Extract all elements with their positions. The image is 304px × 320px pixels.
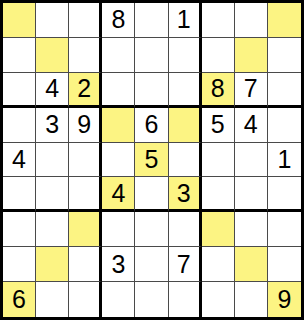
cell-r4c4[interactable] xyxy=(102,108,135,143)
cell-r3c7[interactable]: 8 xyxy=(202,73,235,108)
cell-r1c8[interactable] xyxy=(235,3,268,38)
cell-r6c4[interactable]: 4 xyxy=(102,177,135,212)
cell-r9c4[interactable] xyxy=(102,282,135,317)
cell-r6c3[interactable] xyxy=(69,177,102,212)
cell-r8c9[interactable] xyxy=(268,247,301,282)
cell-r3c9[interactable] xyxy=(268,73,301,108)
cell-r6c8[interactable] xyxy=(235,177,268,212)
cell-r8c8[interactable] xyxy=(235,247,268,282)
cell-r5c7[interactable] xyxy=(202,143,235,178)
cell-r2c7[interactable] xyxy=(202,38,235,73)
cell-r8c4[interactable]: 3 xyxy=(102,247,135,282)
cell-r7c8[interactable] xyxy=(235,212,268,247)
cell-r1c2[interactable] xyxy=(36,3,69,38)
sudoku-board: 81428739654451433769 xyxy=(0,0,304,320)
cell-r8c6[interactable]: 7 xyxy=(169,247,202,282)
cell-r6c1[interactable] xyxy=(3,177,36,212)
cell-r1c7[interactable] xyxy=(202,3,235,38)
cell-r6c5[interactable] xyxy=(135,177,168,212)
cell-r9c1[interactable]: 6 xyxy=(3,282,36,317)
cell-r2c1[interactable] xyxy=(3,38,36,73)
cell-r7c2[interactable] xyxy=(36,212,69,247)
cell-r9c6[interactable] xyxy=(169,282,202,317)
cell-r3c3[interactable]: 2 xyxy=(69,73,102,108)
cell-r2c2[interactable] xyxy=(36,38,69,73)
cell-r3c5[interactable] xyxy=(135,73,168,108)
cell-r5c6[interactable] xyxy=(169,143,202,178)
cell-r5c5[interactable]: 5 xyxy=(135,143,168,178)
cell-r7c5[interactable] xyxy=(135,212,168,247)
cell-r4c1[interactable] xyxy=(3,108,36,143)
cell-r4c3[interactable]: 9 xyxy=(69,108,102,143)
cell-r1c5[interactable] xyxy=(135,3,168,38)
cell-r1c9[interactable] xyxy=(268,3,301,38)
cell-r2c8[interactable] xyxy=(235,38,268,73)
cell-r7c3[interactable] xyxy=(69,212,102,247)
cell-r7c1[interactable] xyxy=(3,212,36,247)
cell-r8c3[interactable] xyxy=(69,247,102,282)
cell-r1c1[interactable] xyxy=(3,3,36,38)
cell-r4c9[interactable] xyxy=(268,108,301,143)
cell-r2c5[interactable] xyxy=(135,38,168,73)
cell-r8c2[interactable] xyxy=(36,247,69,282)
cell-r8c7[interactable] xyxy=(202,247,235,282)
cell-r5c9[interactable]: 1 xyxy=(268,143,301,178)
cell-r3c4[interactable] xyxy=(102,73,135,108)
cell-r2c4[interactable] xyxy=(102,38,135,73)
cell-r1c6[interactable]: 1 xyxy=(169,3,202,38)
cell-r9c5[interactable] xyxy=(135,282,168,317)
cell-r9c9[interactable]: 9 xyxy=(268,282,301,317)
cell-r4c5[interactable]: 6 xyxy=(135,108,168,143)
cell-r2c9[interactable] xyxy=(268,38,301,73)
cell-r3c6[interactable] xyxy=(169,73,202,108)
cell-r3c2[interactable]: 4 xyxy=(36,73,69,108)
cell-r5c1[interactable]: 4 xyxy=(3,143,36,178)
cell-r7c9[interactable] xyxy=(268,212,301,247)
cell-r6c6[interactable]: 3 xyxy=(169,177,202,212)
cell-r5c4[interactable] xyxy=(102,143,135,178)
cell-r3c8[interactable]: 7 xyxy=(235,73,268,108)
cell-r4c2[interactable]: 3 xyxy=(36,108,69,143)
sudoku-puzzle: 81428739654451433769 xyxy=(0,0,304,320)
cell-r8c5[interactable] xyxy=(135,247,168,282)
cell-r2c6[interactable] xyxy=(169,38,202,73)
cell-r1c4[interactable]: 8 xyxy=(102,3,135,38)
cell-r5c8[interactable] xyxy=(235,143,268,178)
cell-r6c2[interactable] xyxy=(36,177,69,212)
cell-r7c4[interactable] xyxy=(102,212,135,247)
cell-r9c2[interactable] xyxy=(36,282,69,317)
cell-r3c1[interactable] xyxy=(3,73,36,108)
cell-r7c7[interactable] xyxy=(202,212,235,247)
cell-r2c3[interactable] xyxy=(69,38,102,73)
cell-r9c7[interactable] xyxy=(202,282,235,317)
cell-r9c3[interactable] xyxy=(69,282,102,317)
cell-r4c7[interactable]: 5 xyxy=(202,108,235,143)
cell-r8c1[interactable] xyxy=(3,247,36,282)
cell-r6c9[interactable] xyxy=(268,177,301,212)
cell-r7c6[interactable] xyxy=(169,212,202,247)
cell-r1c3[interactable] xyxy=(69,3,102,38)
cell-r4c6[interactable] xyxy=(169,108,202,143)
cell-r6c7[interactable] xyxy=(202,177,235,212)
cell-r4c8[interactable]: 4 xyxy=(235,108,268,143)
cell-r5c2[interactable] xyxy=(36,143,69,178)
cell-r5c3[interactable] xyxy=(69,143,102,178)
cell-r9c8[interactable] xyxy=(235,282,268,317)
